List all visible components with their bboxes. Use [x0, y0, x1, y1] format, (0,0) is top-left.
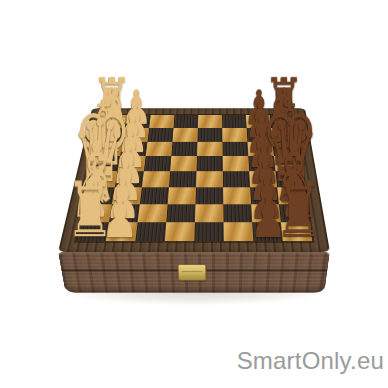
square-f8 [272, 142, 299, 156]
square-e1 [91, 156, 120, 171]
piece-white-pawn-h2: ♟ [125, 115, 151, 128]
square-h1 [100, 115, 127, 128]
piece-black-bishop-f8: ♝ [272, 142, 299, 156]
black-pawn-glyph: ♟ [226, 189, 312, 246]
piece-black-pawn-d7: ♟ [249, 171, 277, 187]
square-c6 [223, 187, 251, 204]
square-f5 [197, 142, 223, 156]
square-e5 [197, 156, 223, 171]
black-queen-glyph: ♛ [252, 109, 331, 195]
square-a3 [135, 222, 166, 241]
square-c7 [250, 187, 279, 204]
black-knight-glyph: ♞ [249, 80, 322, 147]
piece-black-knight-b8: ♞ [279, 204, 310, 222]
piece-black-king-e8: ♚ [274, 156, 302, 171]
black-pawn-glyph: ♟ [224, 110, 298, 160]
white-rook-glyph: ♜ [76, 70, 147, 132]
white-knight-glyph: ♞ [73, 80, 146, 147]
square-f2 [120, 142, 147, 156]
black-pawn-glyph: ♟ [225, 124, 301, 175]
square-c2 [112, 187, 142, 204]
square-f7 [247, 142, 274, 156]
square-d7 [249, 171, 277, 187]
square-a5 [194, 222, 224, 241]
piece-white-king-e1: ♚ [91, 156, 120, 171]
black-pawn-glyph: ♟ [224, 96, 296, 145]
white-bishop-glyph: ♝ [69, 88, 144, 162]
piece-black-pawn-b7: ♟ [251, 204, 281, 222]
square-a2 [106, 222, 138, 241]
square-b4 [166, 204, 195, 222]
piece-black-rook-a8: ♜ [281, 222, 313, 241]
square-a4 [165, 222, 195, 241]
piece-white-knight-b1: ♞ [80, 204, 112, 222]
chess-set-product-photo: ♜♞♝♛♚♝♞♜♟♟♟♟♟♟♟♟♟♟♟♟♟♟♟♟♜♞♝♛♚♝♞♜ SmartOn… [0, 0, 388, 388]
piece-white-knight-g1: ♞ [98, 128, 125, 142]
black-king-glyph: ♚ [251, 90, 328, 179]
square-g5 [198, 128, 223, 142]
square-h7 [246, 115, 271, 128]
square-e4 [170, 156, 197, 171]
piece-black-knight-g8: ♞ [271, 128, 297, 142]
square-g2 [123, 128, 150, 142]
square-d8 [276, 171, 305, 187]
piece-black-pawn-g7: ♟ [247, 128, 273, 142]
square-h2 [125, 115, 151, 128]
box-front-panel [58, 252, 330, 293]
square-a1 [76, 222, 109, 241]
square-e7 [248, 156, 275, 171]
piece-white-pawn-a2: ♟ [106, 222, 138, 241]
square-h4 [174, 115, 199, 128]
square-d2 [115, 171, 144, 187]
square-f1 [94, 142, 122, 156]
square-c1 [84, 187, 115, 204]
white-king-glyph: ♚ [65, 90, 142, 179]
piece-white-pawn-d2: ♟ [115, 171, 144, 187]
board-rim: ♜♞♝♛♚♝♞♜♟♟♟♟♟♟♟♟♟♟♟♟♟♟♟♟♜♞♝♛♚♝♞♜ [58, 108, 330, 252]
piece-white-queen-d1: ♛ [88, 171, 118, 187]
square-f3 [146, 142, 173, 156]
square-g7 [247, 128, 273, 142]
white-pawn-glyph: ♟ [81, 171, 164, 227]
square-a7 [252, 222, 283, 241]
square-c3 [140, 187, 169, 204]
piece-white-bishop-c1: ♝ [84, 187, 115, 204]
square-d4 [169, 171, 197, 187]
white-pawn-glyph: ♟ [77, 189, 163, 246]
square-h5 [198, 115, 222, 128]
chess-board: ♜♞♝♛♚♝♞♜♟♟♟♟♟♟♟♟♟♟♟♟♟♟♟♟♜♞♝♛♚♝♞♜ [76, 115, 312, 241]
black-bishop-glyph: ♝ [253, 131, 334, 212]
square-b5 [195, 204, 224, 222]
square-b1 [80, 204, 112, 222]
square-h8 [270, 115, 296, 128]
square-d5 [196, 171, 223, 187]
square-g3 [148, 128, 174, 142]
white-pawn-glyph: ♟ [92, 124, 168, 175]
piece-white-pawn-c2: ♟ [112, 187, 142, 204]
piece-white-pawn-f2: ♟ [120, 142, 147, 156]
square-e2 [118, 156, 146, 171]
piece-black-pawn-h7: ♟ [246, 115, 271, 128]
square-b8 [279, 204, 310, 222]
clasp-detail-line [182, 271, 203, 272]
square-e8 [274, 156, 302, 171]
square-a8 [281, 222, 313, 241]
square-b3 [138, 204, 168, 222]
square-e3 [144, 156, 172, 171]
piece-white-bishop-f1: ♝ [94, 142, 122, 156]
white-pawn-glyph: ♟ [89, 139, 167, 192]
pieces-layer: ♜♞♝♛♚♝♞♜♟♟♟♟♟♟♟♟♟♟♟♟♟♟♟♟♜♞♝♛♚♝♞♜ [76, 115, 312, 241]
black-pawn-glyph: ♟ [225, 171, 308, 227]
square-c4 [168, 187, 196, 204]
square-f4 [171, 142, 197, 156]
square-d1 [88, 171, 118, 187]
square-b2 [109, 204, 140, 222]
white-pawn-glyph: ♟ [101, 84, 172, 131]
piece-white-pawn-g2: ♟ [123, 128, 150, 142]
board-squares [76, 115, 312, 241]
square-h3 [149, 115, 174, 128]
square-g8 [271, 128, 297, 142]
black-pawn-glyph: ♟ [224, 84, 295, 131]
square-c8 [277, 187, 307, 204]
white-pawn-glyph: ♟ [85, 154, 166, 208]
square-g4 [173, 128, 198, 142]
white-pawn-glyph: ♟ [98, 96, 170, 145]
piece-black-pawn-e7: ♟ [248, 156, 275, 171]
square-b7 [251, 204, 281, 222]
black-pawn-glyph: ♟ [225, 139, 303, 192]
square-a6 [224, 222, 254, 241]
piece-black-bishop-c8: ♝ [277, 187, 307, 204]
piece-white-rook-h1: ♜ [100, 115, 127, 128]
brass-clasp-icon [178, 264, 207, 280]
white-pawn-glyph: ♟ [95, 110, 169, 160]
piece-white-rook-a1: ♜ [76, 222, 109, 241]
square-d6 [223, 171, 250, 187]
black-rook-glyph: ♜ [248, 70, 319, 132]
square-b6 [223, 204, 252, 222]
square-c5 [196, 187, 224, 204]
black-pawn-glyph: ♟ [225, 154, 306, 208]
black-rook-glyph: ♜ [256, 172, 342, 248]
square-g6 [222, 128, 247, 142]
watermark-text: SmartOnly.eu [237, 347, 384, 375]
square-g1 [98, 128, 125, 142]
piece-black-queen-d8: ♛ [276, 171, 305, 187]
white-rook-glyph: ♜ [47, 172, 133, 248]
piece-black-pawn-c7: ♟ [250, 187, 279, 204]
white-bishop-glyph: ♝ [56, 131, 137, 212]
square-f6 [222, 142, 248, 156]
piece-black-pawn-f7: ♟ [247, 142, 274, 156]
square-e6 [223, 156, 250, 171]
piece-black-pawn-a7: ♟ [252, 222, 283, 241]
black-bishop-glyph: ♝ [250, 88, 325, 162]
square-h6 [222, 115, 247, 128]
black-knight-glyph: ♞ [254, 152, 337, 229]
white-queen-glyph: ♛ [60, 109, 139, 195]
piece-white-pawn-b2: ♟ [109, 204, 140, 222]
white-knight-glyph: ♞ [52, 152, 135, 229]
piece-white-pawn-e2: ♟ [118, 156, 146, 171]
chess-box: ♜♞♝♛♚♝♞♜♟♟♟♟♟♟♟♟♟♟♟♟♟♟♟♟♜♞♝♛♚♝♞♜ [58, 0, 330, 252]
chess-box-3d: ♜♞♝♛♚♝♞♜♟♟♟♟♟♟♟♟♟♟♟♟♟♟♟♟♜♞♝♛♚♝♞♜ [58, 108, 330, 252]
piece-black-rook-h8: ♜ [270, 115, 296, 128]
square-d3 [142, 171, 170, 187]
